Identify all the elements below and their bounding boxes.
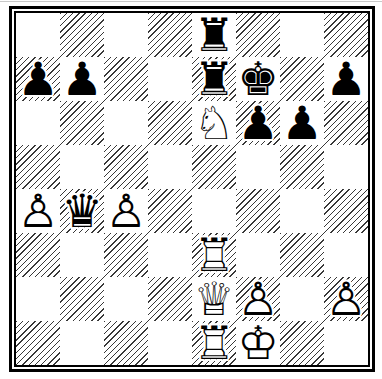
square-a6[interactable]: [16, 101, 60, 145]
piece-black-pawn: ♟: [60, 57, 104, 101]
square-h5[interactable]: [324, 145, 368, 189]
square-d4[interactable]: [148, 189, 192, 233]
square-a2[interactable]: [16, 277, 60, 321]
square-e1[interactable]: ♜♖: [192, 321, 236, 365]
square-h6[interactable]: [324, 101, 368, 145]
square-g3[interactable]: [280, 233, 324, 277]
piece-halo: ♟: [104, 189, 148, 233]
piece-halo: ♛: [192, 277, 236, 321]
square-c6[interactable]: [104, 101, 148, 145]
piece-black-pawn: ♟: [280, 101, 324, 145]
board-inner-frame: ♜♜♟♟♟♟♜♜♚♚♟♟♞♘♟♟♟♟♟♙♛♛♟♙♜♖♛♕♟♙♟♙♜♖♚♔: [14, 11, 370, 367]
square-f3[interactable]: [236, 233, 280, 277]
square-g8[interactable]: [280, 13, 324, 57]
square-f4[interactable]: [236, 189, 280, 233]
square-c8[interactable]: [104, 13, 148, 57]
square-h4[interactable]: [324, 189, 368, 233]
square-f7[interactable]: ♚♚: [236, 57, 280, 101]
square-c4[interactable]: ♟♙: [104, 189, 148, 233]
piece-white-king: ♔: [236, 321, 280, 365]
square-a3[interactable]: [16, 233, 60, 277]
piece-black-pawn: ♟: [16, 57, 60, 101]
square-a8[interactable]: [16, 13, 60, 57]
square-d1[interactable]: [148, 321, 192, 365]
square-c7[interactable]: [104, 57, 148, 101]
square-d2[interactable]: [148, 277, 192, 321]
piece-halo: ♚: [236, 57, 280, 101]
square-a1[interactable]: [16, 321, 60, 365]
square-a7[interactable]: ♟♟: [16, 57, 60, 101]
piece-halo: ♟: [60, 57, 104, 101]
piece-white-pawn: ♙: [236, 277, 280, 321]
piece-halo: ♛: [60, 189, 104, 233]
square-h2[interactable]: ♟♙: [324, 277, 368, 321]
square-b2[interactable]: [60, 277, 104, 321]
piece-black-rook: ♜: [192, 57, 236, 101]
square-e6[interactable]: ♞♘: [192, 101, 236, 145]
piece-halo: ♟: [324, 277, 368, 321]
square-d7[interactable]: [148, 57, 192, 101]
square-g6[interactable]: ♟♟: [280, 101, 324, 145]
square-g5[interactable]: [280, 145, 324, 189]
square-f6[interactable]: ♟♟: [236, 101, 280, 145]
piece-white-rook: ♖: [192, 321, 236, 365]
piece-black-pawn: ♟: [236, 101, 280, 145]
square-f8[interactable]: [236, 13, 280, 57]
square-b6[interactable]: [60, 101, 104, 145]
piece-halo: ♚: [236, 321, 280, 365]
piece-white-knight: ♘: [192, 101, 236, 145]
square-g7[interactable]: [280, 57, 324, 101]
piece-halo: ♞: [192, 101, 236, 145]
piece-white-queen: ♕: [192, 277, 236, 321]
square-d3[interactable]: [148, 233, 192, 277]
square-d8[interactable]: [148, 13, 192, 57]
square-f2[interactable]: ♟♙: [236, 277, 280, 321]
square-e3[interactable]: ♜♖: [192, 233, 236, 277]
piece-white-pawn: ♙: [324, 277, 368, 321]
square-b1[interactable]: [60, 321, 104, 365]
square-e7[interactable]: ♜♜: [192, 57, 236, 101]
square-b7[interactable]: ♟♟: [60, 57, 104, 101]
square-c1[interactable]: [104, 321, 148, 365]
square-c3[interactable]: [104, 233, 148, 277]
square-f1[interactable]: ♚♔: [236, 321, 280, 365]
piece-black-rook: ♜: [192, 13, 236, 57]
square-e5[interactable]: [192, 145, 236, 189]
piece-halo: ♟: [236, 101, 280, 145]
piece-halo: ♟: [236, 277, 280, 321]
piece-black-king: ♚: [236, 57, 280, 101]
square-a4[interactable]: ♟♙: [16, 189, 60, 233]
square-b3[interactable]: [60, 233, 104, 277]
square-g2[interactable]: [280, 277, 324, 321]
piece-halo: ♜: [192, 57, 236, 101]
piece-halo: ♟: [324, 57, 368, 101]
square-b5[interactable]: [60, 145, 104, 189]
piece-halo: ♟: [16, 189, 60, 233]
piece-black-pawn: ♟: [324, 57, 368, 101]
square-b4[interactable]: ♛♛: [60, 189, 104, 233]
square-d6[interactable]: [148, 101, 192, 145]
square-e4[interactable]: [192, 189, 236, 233]
piece-halo: ♜: [192, 13, 236, 57]
square-c2[interactable]: [104, 277, 148, 321]
piece-halo: ♜: [192, 321, 236, 365]
piece-halo: ♟: [280, 101, 324, 145]
chess-diagram: ♜♜♟♟♟♟♜♜♚♚♟♟♞♘♟♟♟♟♟♙♛♛♟♙♜♖♛♕♟♙♟♙♜♖♚♔: [9, 6, 375, 372]
square-g1[interactable]: [280, 321, 324, 365]
top-edge-hairline: [0, 1, 382, 2]
square-f5[interactable]: [236, 145, 280, 189]
square-c5[interactable]: [104, 145, 148, 189]
square-h8[interactable]: [324, 13, 368, 57]
piece-white-rook: ♖: [192, 233, 236, 277]
piece-white-pawn: ♙: [16, 189, 60, 233]
piece-black-queen: ♛: [60, 189, 104, 233]
square-h7[interactable]: ♟♟: [324, 57, 368, 101]
chess-board: ♜♜♟♟♟♟♜♜♚♚♟♟♞♘♟♟♟♟♟♙♛♛♟♙♜♖♛♕♟♙♟♙♜♖♚♔: [16, 13, 368, 365]
piece-white-pawn: ♙: [104, 189, 148, 233]
square-d5[interactable]: [148, 145, 192, 189]
square-g4[interactable]: [280, 189, 324, 233]
square-h1[interactable]: [324, 321, 368, 365]
square-h3[interactable]: [324, 233, 368, 277]
square-b8[interactable]: [60, 13, 104, 57]
square-a5[interactable]: [16, 145, 60, 189]
square-e8[interactable]: ♜♜: [192, 13, 236, 57]
square-e2[interactable]: ♛♕: [192, 277, 236, 321]
piece-halo: ♜: [192, 233, 236, 277]
piece-halo: ♟: [16, 57, 60, 101]
